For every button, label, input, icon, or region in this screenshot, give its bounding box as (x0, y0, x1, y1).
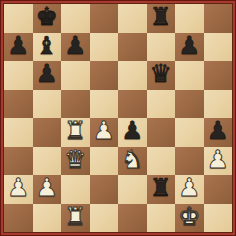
square-b8[interactable]: ♚ (33, 4, 62, 33)
square-g5[interactable] (175, 90, 204, 119)
square-g3[interactable] (175, 147, 204, 176)
piece-black-pawn[interactable]: ♟ (121, 118, 143, 145)
square-d7[interactable] (90, 33, 119, 62)
piece-white-queen[interactable]: ♛ (64, 147, 86, 174)
square-b4[interactable] (33, 118, 62, 147)
piece-white-pawn[interactable]: ♟ (178, 175, 200, 202)
square-a1[interactable] (4, 204, 33, 233)
square-c3[interactable]: ♛ (61, 147, 90, 176)
square-b7[interactable]: ♝ (33, 33, 62, 62)
square-e7[interactable] (118, 33, 147, 62)
square-d1[interactable] (90, 204, 119, 233)
piece-white-pawn[interactable]: ♟ (7, 175, 29, 202)
square-g6[interactable] (175, 61, 204, 90)
square-h2[interactable] (204, 175, 233, 204)
square-d8[interactable] (90, 4, 119, 33)
square-g4[interactable] (175, 118, 204, 147)
chess-board: ♚♜♟♝♟♟♟♛♜♟♟♟♛♞♟♟♟♜♟♜♚ (4, 4, 232, 232)
piece-black-bishop[interactable]: ♝ (36, 33, 58, 60)
square-c6[interactable] (61, 61, 90, 90)
square-g1[interactable]: ♚ (175, 204, 204, 233)
square-g8[interactable] (175, 4, 204, 33)
square-f1[interactable] (147, 204, 176, 233)
square-d6[interactable] (90, 61, 119, 90)
square-f5[interactable] (147, 90, 176, 119)
piece-white-knight[interactable]: ♞ (121, 147, 143, 174)
square-d2[interactable] (90, 175, 119, 204)
square-c1[interactable]: ♜ (61, 204, 90, 233)
square-b6[interactable]: ♟ (33, 61, 62, 90)
square-f2[interactable]: ♜ (147, 175, 176, 204)
square-b2[interactable]: ♟ (33, 175, 62, 204)
square-h8[interactable] (204, 4, 233, 33)
piece-black-pawn[interactable]: ♟ (207, 118, 229, 145)
square-d3[interactable] (90, 147, 119, 176)
square-e6[interactable] (118, 61, 147, 90)
piece-black-pawn[interactable]: ♟ (178, 33, 200, 60)
square-g2[interactable]: ♟ (175, 175, 204, 204)
square-b1[interactable] (33, 204, 62, 233)
square-a8[interactable] (4, 4, 33, 33)
square-e4[interactable]: ♟ (118, 118, 147, 147)
square-f8[interactable]: ♜ (147, 4, 176, 33)
piece-white-pawn[interactable]: ♟ (36, 175, 58, 202)
square-c2[interactable] (61, 175, 90, 204)
square-f4[interactable] (147, 118, 176, 147)
piece-black-pawn[interactable]: ♟ (64, 33, 86, 60)
square-h5[interactable] (204, 90, 233, 119)
square-a4[interactable] (4, 118, 33, 147)
square-d5[interactable] (90, 90, 119, 119)
square-h1[interactable] (204, 204, 233, 233)
square-e3[interactable]: ♞ (118, 147, 147, 176)
square-c5[interactable] (61, 90, 90, 119)
piece-black-king[interactable]: ♚ (36, 4, 58, 31)
square-h3[interactable]: ♟ (204, 147, 233, 176)
piece-white-rook[interactable]: ♜ (64, 118, 86, 145)
square-c7[interactable]: ♟ (61, 33, 90, 62)
piece-black-pawn[interactable]: ♟ (7, 33, 29, 60)
square-c4[interactable]: ♜ (61, 118, 90, 147)
square-a2[interactable]: ♟ (4, 175, 33, 204)
board-frame: ♚♜♟♝♟♟♟♛♜♟♟♟♛♞♟♟♟♜♟♜♚ (0, 0, 236, 236)
square-d4[interactable]: ♟ (90, 118, 119, 147)
piece-white-king[interactable]: ♚ (178, 204, 200, 231)
square-e8[interactable] (118, 4, 147, 33)
square-b3[interactable] (33, 147, 62, 176)
piece-black-rook[interactable]: ♜ (150, 175, 172, 202)
square-a5[interactable] (4, 90, 33, 119)
square-a3[interactable] (4, 147, 33, 176)
square-b5[interactable] (33, 90, 62, 119)
piece-black-pawn[interactable]: ♟ (36, 61, 58, 88)
square-h4[interactable]: ♟ (204, 118, 233, 147)
piece-white-pawn[interactable]: ♟ (207, 147, 229, 174)
square-c8[interactable] (61, 4, 90, 33)
square-a7[interactable]: ♟ (4, 33, 33, 62)
piece-black-rook[interactable]: ♜ (150, 4, 172, 31)
square-h6[interactable] (204, 61, 233, 90)
square-f3[interactable] (147, 147, 176, 176)
square-e5[interactable] (118, 90, 147, 119)
square-f7[interactable] (147, 33, 176, 62)
square-e2[interactable] (118, 175, 147, 204)
square-f6[interactable]: ♛ (147, 61, 176, 90)
piece-white-rook[interactable]: ♜ (64, 204, 86, 231)
piece-white-pawn[interactable]: ♟ (93, 118, 115, 145)
square-e1[interactable] (118, 204, 147, 233)
square-g7[interactable]: ♟ (175, 33, 204, 62)
piece-black-queen[interactable]: ♛ (150, 61, 172, 88)
square-a6[interactable] (4, 61, 33, 90)
square-h7[interactable] (204, 33, 233, 62)
